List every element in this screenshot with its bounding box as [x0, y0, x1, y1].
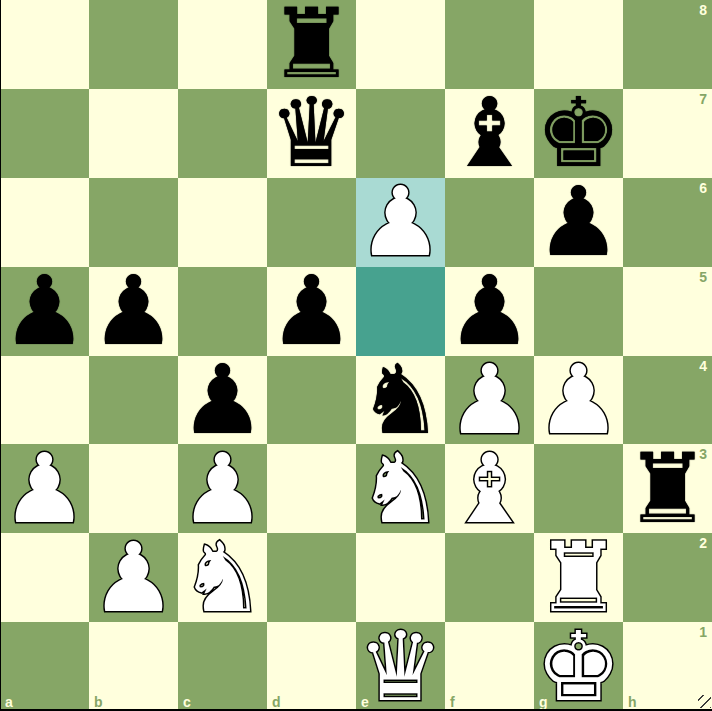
piece-black-pawn[interactable]: ♟ [178, 356, 267, 445]
square-h5[interactable]: 5 [623, 267, 712, 356]
file-label-d: d [272, 694, 281, 710]
square-d1[interactable]: d [267, 622, 356, 711]
square-h4[interactable]: 4 [623, 356, 712, 445]
square-a3[interactable]: ♟ [0, 444, 89, 533]
piece-black-bishop[interactable]: ♝ [445, 89, 534, 178]
square-d8[interactable]: ♜ [267, 0, 356, 89]
square-h2[interactable]: 2 [623, 533, 712, 622]
square-f6[interactable] [445, 178, 534, 267]
piece-white-pawn[interactable]: ♟ [0, 444, 89, 533]
square-a1[interactable]: a [0, 622, 89, 711]
square-e1[interactable]: e♛ [356, 622, 445, 711]
square-g2[interactable]: ♜ [534, 533, 623, 622]
piece-white-pawn[interactable]: ♟ [89, 533, 178, 622]
square-c1[interactable]: c [178, 622, 267, 711]
square-f3[interactable]: ♝ [445, 444, 534, 533]
chess-board: ♜8♛♝♚7♟♟6♟♟♟♟5♟♞♟♟4♟♟♞♝3♜♟♞♜2abcde♛fg♚1h [0, 0, 712, 711]
square-a7[interactable] [0, 89, 89, 178]
square-h6[interactable]: 6 [623, 178, 712, 267]
square-f7[interactable]: ♝ [445, 89, 534, 178]
square-c2[interactable]: ♞ [178, 533, 267, 622]
square-b1[interactable]: b [89, 622, 178, 711]
piece-white-pawn[interactable]: ♟ [356, 178, 445, 267]
square-e6[interactable]: ♟ [356, 178, 445, 267]
square-f1[interactable]: f [445, 622, 534, 711]
square-e3[interactable]: ♞ [356, 444, 445, 533]
square-a6[interactable] [0, 178, 89, 267]
square-g5[interactable] [534, 267, 623, 356]
piece-black-pawn[interactable]: ♟ [445, 267, 534, 356]
file-label-c: c [183, 694, 191, 710]
piece-black-pawn[interactable]: ♟ [89, 267, 178, 356]
rank-label-7: 7 [699, 91, 707, 107]
file-label-g: g [539, 694, 548, 710]
rank-label-6: 6 [699, 180, 707, 196]
piece-white-knight[interactable]: ♞ [356, 444, 445, 533]
piece-white-pawn[interactable]: ♟ [178, 444, 267, 533]
file-label-f: f [450, 694, 455, 710]
square-g8[interactable] [534, 0, 623, 89]
square-b5[interactable]: ♟ [89, 267, 178, 356]
square-e4[interactable]: ♞ [356, 356, 445, 445]
piece-black-queen[interactable]: ♛ [267, 89, 356, 178]
square-a5[interactable]: ♟ [0, 267, 89, 356]
rank-label-4: 4 [699, 358, 707, 374]
rank-label-5: 5 [699, 269, 707, 285]
piece-black-king[interactable]: ♚ [534, 89, 623, 178]
piece-black-pawn[interactable]: ♟ [534, 178, 623, 267]
square-e2[interactable] [356, 533, 445, 622]
square-h8[interactable]: 8 [623, 0, 712, 89]
file-label-a: a [5, 694, 13, 710]
square-b8[interactable] [89, 0, 178, 89]
file-label-e: e [361, 694, 369, 710]
square-b7[interactable] [89, 89, 178, 178]
square-d5[interactable]: ♟ [267, 267, 356, 356]
board-left-edge [0, 0, 1, 711]
square-h3[interactable]: 3♜ [623, 444, 712, 533]
square-f4[interactable]: ♟ [445, 356, 534, 445]
square-g3[interactable] [534, 444, 623, 533]
square-d4[interactable] [267, 356, 356, 445]
rank-label-1: 1 [699, 624, 707, 640]
square-d7[interactable]: ♛ [267, 89, 356, 178]
square-c3[interactable]: ♟ [178, 444, 267, 533]
square-b2[interactable]: ♟ [89, 533, 178, 622]
square-d6[interactable] [267, 178, 356, 267]
piece-black-knight[interactable]: ♞ [356, 356, 445, 445]
square-d3[interactable] [267, 444, 356, 533]
square-f5[interactable]: ♟ [445, 267, 534, 356]
piece-white-bishop[interactable]: ♝ [445, 444, 534, 533]
square-a8[interactable] [0, 0, 89, 89]
square-g7[interactable]: ♚ [534, 89, 623, 178]
board-resize-handle[interactable] [698, 695, 711, 708]
rank-label-8: 8 [699, 2, 707, 18]
piece-black-rook[interactable]: ♜ [267, 0, 356, 89]
square-e8[interactable] [356, 0, 445, 89]
square-e7[interactable] [356, 89, 445, 178]
rank-label-2: 2 [699, 535, 707, 551]
square-c5[interactable] [178, 267, 267, 356]
piece-white-pawn[interactable]: ♟ [534, 356, 623, 445]
square-b3[interactable] [89, 444, 178, 533]
square-h7[interactable]: 7 [623, 89, 712, 178]
piece-white-rook[interactable]: ♜ [534, 533, 623, 622]
piece-black-pawn[interactable]: ♟ [0, 267, 89, 356]
rank-label-3: 3 [699, 446, 707, 462]
square-a2[interactable] [0, 533, 89, 622]
square-e5[interactable] [356, 267, 445, 356]
square-f8[interactable] [445, 0, 534, 89]
square-g6[interactable]: ♟ [534, 178, 623, 267]
square-b4[interactable] [89, 356, 178, 445]
square-b6[interactable] [89, 178, 178, 267]
file-label-b: b [94, 694, 103, 710]
square-a4[interactable] [0, 356, 89, 445]
square-c6[interactable] [178, 178, 267, 267]
square-c7[interactable] [178, 89, 267, 178]
square-c8[interactable] [178, 0, 267, 89]
square-g1[interactable]: g♚ [534, 622, 623, 711]
square-g4[interactable]: ♟ [534, 356, 623, 445]
piece-white-queen[interactable]: ♛ [356, 622, 445, 711]
piece-black-pawn[interactable]: ♟ [267, 267, 356, 356]
file-label-h: h [628, 694, 637, 710]
piece-white-knight[interactable]: ♞ [178, 533, 267, 622]
square-c4[interactable]: ♟ [178, 356, 267, 445]
square-d2[interactable] [267, 533, 356, 622]
square-f2[interactable] [445, 533, 534, 622]
piece-white-pawn[interactable]: ♟ [445, 356, 534, 445]
